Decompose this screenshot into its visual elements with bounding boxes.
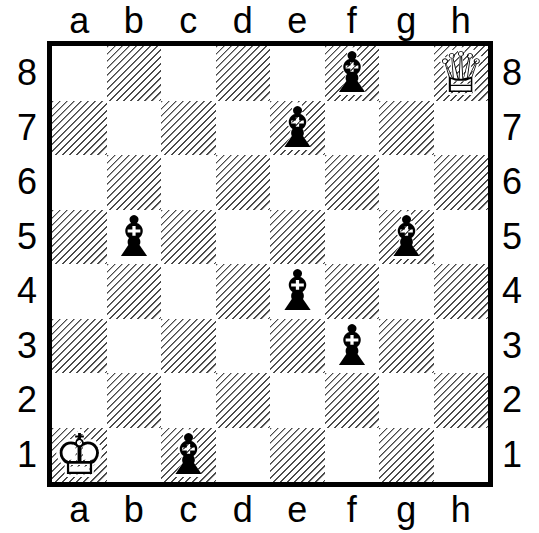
square-h5[interactable]: [434, 210, 489, 265]
square-d2[interactable]: [216, 373, 271, 428]
rank-label-right-4: 4: [493, 264, 539, 319]
square-d7[interactable]: [216, 101, 271, 156]
square-g3[interactable]: [379, 319, 434, 374]
piece-black-bishop-e4[interactable]: ♝♝: [270, 264, 325, 319]
square-e4[interactable]: ♝♝: [270, 264, 325, 319]
square-a3[interactable]: [52, 319, 107, 374]
square-g2[interactable]: [379, 373, 434, 428]
square-c6[interactable]: [161, 155, 216, 210]
file-label-bottom-a: a: [52, 487, 107, 533]
square-h3[interactable]: [434, 319, 489, 374]
square-f1[interactable]: [325, 428, 380, 483]
piece-black-bishop-b5[interactable]: ♝♝: [107, 210, 162, 265]
black-bishop-glyph: ♝: [270, 264, 325, 319]
square-e2[interactable]: [270, 373, 325, 428]
file-label-bottom-c: c: [161, 487, 216, 533]
square-d3[interactable]: [216, 319, 271, 374]
chess-board: ♝♝♛♕♝♝♝♝♝♝♝♝♝♝♚♔♝♝: [47, 41, 493, 487]
black-bishop-glyph: ♝: [325, 319, 380, 374]
square-e6[interactable]: [270, 155, 325, 210]
square-a7[interactable]: [52, 101, 107, 156]
square-a1[interactable]: ♚♔: [52, 428, 107, 483]
rank-label-right-7: 7: [493, 101, 539, 156]
rank-label-left-4: 4: [0, 264, 47, 319]
file-label-top-e: e: [270, 0, 325, 41]
rank-label-right-3: 3: [493, 319, 539, 374]
square-g1[interactable]: [379, 428, 434, 483]
black-bishop-glyph: ♝: [379, 210, 434, 265]
square-c8[interactable]: [161, 46, 216, 101]
file-label-bottom-b: b: [107, 487, 162, 533]
square-b8[interactable]: [107, 46, 162, 101]
rank-label-left-2: 2: [0, 373, 47, 428]
file-label-bottom-g: g: [379, 487, 434, 533]
piece-white-queen-h8[interactable]: ♛♕: [434, 46, 489, 101]
square-g7[interactable]: [379, 101, 434, 156]
file-label-bottom-f: f: [325, 487, 380, 533]
rank-label-right-1: 1: [493, 428, 539, 483]
rank-labels-right: 87654321: [493, 41, 539, 487]
rank-label-left-6: 6: [0, 155, 47, 210]
square-h7[interactable]: [434, 101, 489, 156]
square-c4[interactable]: [161, 264, 216, 319]
file-label-top-d: d: [216, 0, 271, 41]
square-d1[interactable]: [216, 428, 271, 483]
black-bishop-glyph: ♝: [161, 428, 216, 483]
square-e7[interactable]: ♝♝: [270, 101, 325, 156]
square-h2[interactable]: [434, 373, 489, 428]
file-labels-top: abcdefgh: [47, 0, 493, 41]
square-f7[interactable]: [325, 101, 380, 156]
square-c7[interactable]: [161, 101, 216, 156]
rank-label-left-8: 8: [0, 46, 47, 101]
file-labels-bottom: abcdefgh: [47, 487, 493, 533]
piece-black-bishop-f8[interactable]: ♝♝: [325, 46, 380, 101]
square-f6[interactable]: [325, 155, 380, 210]
piece-white-king-a1[interactable]: ♚♔: [52, 428, 107, 483]
square-f2[interactable]: [325, 373, 380, 428]
rank-labels-left: 87654321: [0, 41, 47, 487]
square-b4[interactable]: [107, 264, 162, 319]
square-g8[interactable]: [379, 46, 434, 101]
square-h4[interactable]: [434, 264, 489, 319]
rank-label-right-8: 8: [493, 46, 539, 101]
chess-diagram: abcdefgh 87654321 ♝♝♛♕♝♝♝♝♝♝♝♝♝♝♚♔♝♝ 876…: [0, 0, 539, 533]
rank-label-left-5: 5: [0, 210, 47, 265]
black-bishop-glyph: ♝: [270, 101, 325, 156]
square-a6[interactable]: [52, 155, 107, 210]
piece-black-bishop-f3[interactable]: ♝♝: [325, 319, 380, 374]
rank-label-left-3: 3: [0, 319, 47, 374]
file-label-top-c: c: [161, 0, 216, 41]
square-a4[interactable]: [52, 264, 107, 319]
file-label-bottom-d: d: [216, 487, 271, 533]
piece-black-bishop-c1[interactable]: ♝♝: [161, 428, 216, 483]
rank-label-right-2: 2: [493, 373, 539, 428]
piece-black-bishop-g5[interactable]: ♝♝: [379, 210, 434, 265]
file-label-bottom-h: h: [434, 487, 489, 533]
file-label-top-b: b: [107, 0, 162, 41]
square-b2[interactable]: [107, 373, 162, 428]
rank-label-right-5: 5: [493, 210, 539, 265]
square-c3[interactable]: [161, 319, 216, 374]
square-b3[interactable]: [107, 319, 162, 374]
square-a8[interactable]: [52, 46, 107, 101]
square-h8[interactable]: ♛♕: [434, 46, 489, 101]
square-a5[interactable]: [52, 210, 107, 265]
square-d4[interactable]: [216, 264, 271, 319]
file-label-bottom-e: e: [270, 487, 325, 533]
rank-label-left-1: 1: [0, 428, 47, 483]
rank-label-left-7: 7: [0, 101, 47, 156]
square-c5[interactable]: [161, 210, 216, 265]
square-f8[interactable]: ♝♝: [325, 46, 380, 101]
square-g4[interactable]: [379, 264, 434, 319]
white-king-glyph: ♔: [52, 428, 107, 483]
square-d6[interactable]: [216, 155, 271, 210]
black-bishop-glyph: ♝: [107, 210, 162, 265]
square-b5[interactable]: ♝♝: [107, 210, 162, 265]
square-g5[interactable]: ♝♝: [379, 210, 434, 265]
square-b7[interactable]: [107, 101, 162, 156]
square-e3[interactable]: [270, 319, 325, 374]
square-f3[interactable]: ♝♝: [325, 319, 380, 374]
square-h6[interactable]: [434, 155, 489, 210]
square-d5[interactable]: [216, 210, 271, 265]
piece-black-bishop-e7[interactable]: ♝♝: [270, 101, 325, 156]
square-h1[interactable]: [434, 428, 489, 483]
file-label-top-a: a: [52, 0, 107, 41]
square-b1[interactable]: [107, 428, 162, 483]
square-e1[interactable]: [270, 428, 325, 483]
file-label-top-g: g: [379, 0, 434, 41]
black-bishop-glyph: ♝: [325, 46, 380, 101]
square-c1[interactable]: ♝♝: [161, 428, 216, 483]
square-d8[interactable]: [216, 46, 271, 101]
white-queen-glyph: ♕: [434, 46, 489, 101]
rank-label-right-6: 6: [493, 155, 539, 210]
square-f5[interactable]: [325, 210, 380, 265]
